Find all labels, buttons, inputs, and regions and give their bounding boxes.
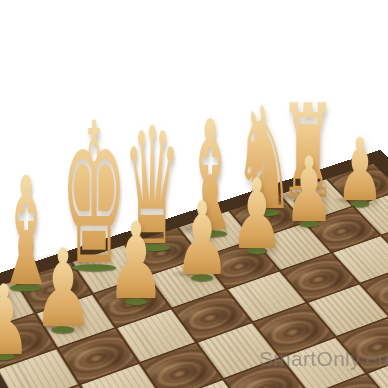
- watermark: SmartOnly.eu: [259, 347, 388, 371]
- product-photo: ♟♟♝♟♚♟♛♟♝♟♞♟♜ SmartOnly.eu: [0, 0, 388, 388]
